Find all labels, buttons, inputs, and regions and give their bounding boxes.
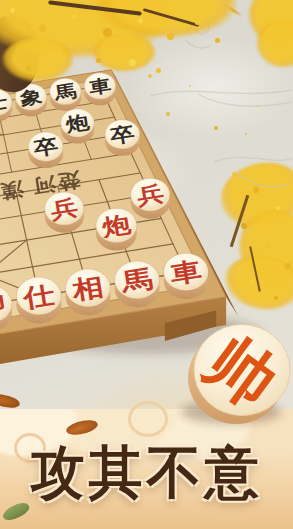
svg-text:兵: 兵 xyxy=(134,181,166,209)
decorative-general-piece: 帅 xyxy=(175,300,293,434)
svg-text:卒: 卒 xyxy=(32,134,59,160)
piece-black-horse[interactable]: 馬 xyxy=(50,78,82,111)
piece-black-cannon[interactable]: 炮 xyxy=(61,109,95,144)
piece-red-cannon[interactable]: 炮 xyxy=(96,208,137,250)
ginkgo-overhang xyxy=(92,34,156,72)
app-screen: 楚河 漢界車馬象士將士象馬車炮炮卒卒卒卒卒兵兵兵兵兵炮炮車馬相仕帥仕相馬車 xyxy=(0,0,293,529)
svg-text:相: 相 xyxy=(70,273,106,305)
piece-black-soldier[interactable]: 卒 xyxy=(105,120,140,156)
piece-red-soldier[interactable]: 兵 xyxy=(45,192,84,233)
svg-text:馬: 馬 xyxy=(52,80,78,103)
svg-text:車: 車 xyxy=(169,257,204,289)
slogan-text: 攻其不意 xyxy=(0,442,293,505)
svg-text:馬: 馬 xyxy=(118,265,155,297)
piece-black-chariot[interactable]: 車 xyxy=(84,73,116,106)
piece-red-advisor[interactable]: 仕 xyxy=(16,277,61,323)
piece-red-elephant[interactable]: 相 xyxy=(66,269,111,315)
piece-black-soldier[interactable]: 卒 xyxy=(28,132,63,168)
ginkgo-overhang xyxy=(2,38,74,82)
piece-red-soldier[interactable]: 兵 xyxy=(131,178,170,219)
piece-red-horse[interactable]: 馬 xyxy=(115,261,160,307)
svg-text:卒: 卒 xyxy=(109,122,136,148)
piece-red-chariot[interactable]: 車 xyxy=(164,253,209,299)
svg-text:炮: 炮 xyxy=(63,111,91,136)
leaf-dots xyxy=(10,8,15,13)
svg-text:兵: 兵 xyxy=(48,195,80,223)
svg-text:車: 車 xyxy=(87,75,113,98)
svg-text:仕: 仕 xyxy=(19,281,56,313)
svg-text:炮: 炮 xyxy=(99,211,132,241)
cloud-swirl xyxy=(128,401,168,437)
